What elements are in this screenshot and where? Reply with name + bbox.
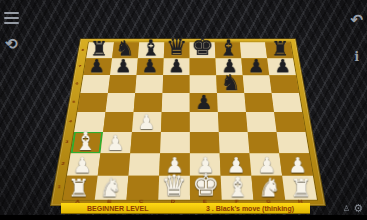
move-status-label: 3 . Black's move (thinking) (206, 205, 294, 212)
square-b8[interactable]: ♞ (112, 42, 139, 58)
level-label: BEGINNER LEVEL (87, 205, 148, 212)
square-g6[interactable] (242, 75, 271, 93)
square-c3[interactable] (130, 132, 161, 153)
square-h6[interactable] (269, 75, 299, 93)
square-b1[interactable]: ♞ (94, 176, 128, 200)
square-f5[interactable] (217, 93, 246, 112)
square-f4[interactable] (217, 112, 247, 132)
black-pawn: ♟ (83, 58, 110, 76)
square-c4[interactable]: ♟ (131, 112, 161, 132)
black-king: ♚ (189, 34, 215, 59)
square-a6[interactable] (80, 75, 109, 93)
status-bar: BEGINNER LEVEL 3 . Black's move (thinkin… (61, 203, 310, 214)
rotate-board-icon[interactable]: ⟲ (5, 36, 18, 51)
square-e3[interactable] (189, 132, 219, 153)
square-h5[interactable] (271, 93, 301, 112)
square-c2[interactable] (128, 153, 160, 176)
square-d7[interactable]: ♟ (163, 58, 190, 75)
square-f1[interactable]: ♝ (220, 176, 253, 200)
square-d5[interactable] (161, 93, 189, 112)
square-d6[interactable] (162, 75, 189, 93)
white-bishop: ♝ (221, 174, 253, 201)
chess-board-3d: ♜♞♝♛♚♝♜♟♟♟♟♟♟♟♞♟♟♝♟♟♟♟♟♟♟♜♞♛♚♝♞♜ ABCDEFG… (50, 38, 326, 206)
square-a3[interactable]: ♝ (70, 132, 102, 153)
hamburger-menu-icon[interactable] (4, 12, 19, 27)
square-g8[interactable] (239, 42, 266, 58)
square-h8[interactable]: ♜ (265, 42, 293, 58)
black-bishop: ♝ (137, 37, 163, 59)
black-bishop: ♝ (215, 37, 241, 59)
square-d8[interactable]: ♛ (163, 42, 189, 58)
square-g1[interactable]: ♞ (251, 176, 285, 200)
square-a7[interactable]: ♟ (83, 58, 112, 75)
square-b4[interactable] (103, 112, 134, 132)
square-g3[interactable] (247, 132, 279, 153)
white-queen: ♛ (158, 172, 190, 201)
black-pawn: ♟ (109, 58, 136, 76)
square-c7[interactable]: ♟ (136, 58, 163, 75)
undo-move-icon[interactable]: ↶ (350, 12, 363, 27)
piece-style-icon[interactable]: ♙ (343, 205, 350, 213)
square-b2[interactable] (97, 153, 130, 176)
square-h1[interactable]: ♜ (282, 176, 317, 200)
square-e8[interactable]: ♚ (189, 42, 215, 58)
square-a5[interactable] (77, 93, 107, 112)
square-a1[interactable]: ♜ (63, 176, 98, 200)
square-d1[interactable]: ♛ (158, 176, 190, 200)
black-queen: ♛ (163, 35, 189, 58)
rank-label-7: 7 (75, 58, 84, 75)
black-rook: ♜ (267, 39, 293, 59)
white-pawn: ♟ (251, 155, 282, 176)
white-pawn: ♟ (131, 113, 160, 133)
square-f6[interactable]: ♞ (216, 75, 244, 93)
square-a4[interactable] (74, 112, 105, 132)
square-f7[interactable]: ♟ (215, 58, 242, 75)
square-h4[interactable] (273, 112, 304, 132)
square-f2[interactable]: ♟ (219, 153, 251, 176)
square-h3[interactable] (276, 132, 309, 153)
white-rook: ♜ (285, 176, 317, 201)
chess-board-grid: ♜♞♝♛♚♝♜♟♟♟♟♟♟♟♞♟♟♝♟♟♟♟♟♟♟♜♞♛♚♝♞♜ (61, 42, 317, 201)
square-b3[interactable]: ♟ (100, 132, 132, 153)
square-g7[interactable]: ♟ (241, 58, 269, 75)
black-pawn: ♟ (242, 58, 269, 76)
square-d2[interactable]: ♟ (159, 153, 190, 176)
info-icon[interactable]: i (354, 51, 359, 63)
black-knight: ♞ (112, 38, 138, 59)
white-pawn: ♟ (159, 155, 190, 176)
board-frame: ♜♞♝♛♚♝♜♟♟♟♟♟♟♟♞♟♟♝♟♟♟♟♟♟♟♜♞♛♚♝♞♜ ABCDEFG… (50, 38, 326, 206)
square-d4[interactable] (160, 112, 189, 132)
square-c5[interactable] (133, 93, 162, 112)
square-g4[interactable] (245, 112, 276, 132)
white-pawn: ♟ (100, 133, 130, 154)
square-e4[interactable] (189, 112, 218, 132)
square-b5[interactable] (105, 93, 135, 112)
square-e7[interactable] (189, 58, 216, 75)
square-a8[interactable]: ♜ (86, 42, 114, 58)
black-pawn: ♟ (269, 58, 296, 76)
square-c1[interactable] (126, 176, 159, 200)
black-rook: ♜ (86, 39, 112, 59)
black-pawn: ♟ (189, 93, 217, 112)
square-c8[interactable]: ♝ (137, 42, 163, 58)
square-f8[interactable]: ♝ (214, 42, 241, 58)
black-knight: ♞ (217, 71, 244, 93)
square-f3[interactable] (218, 132, 249, 153)
square-b6[interactable] (107, 75, 136, 93)
square-c6[interactable] (135, 75, 163, 93)
square-e6[interactable] (189, 75, 216, 93)
white-pawn: ♟ (189, 155, 220, 176)
square-g5[interactable] (244, 93, 274, 112)
white-rook: ♜ (62, 176, 94, 201)
white-knight: ♞ (94, 175, 126, 201)
square-a2[interactable]: ♟ (66, 153, 99, 176)
square-h2[interactable]: ♟ (279, 153, 313, 176)
square-b7[interactable]: ♟ (110, 58, 138, 75)
settings-gear-icon[interactable]: ⚙ (353, 203, 363, 214)
square-e2[interactable]: ♟ (189, 153, 220, 176)
square-h7[interactable]: ♟ (267, 58, 296, 75)
white-knight: ♞ (253, 175, 285, 201)
black-pawn: ♟ (136, 58, 163, 76)
app-screen: ♜♞♝♛♚♝♜♟♟♟♟♟♟♟♞♟♟♝♟♟♟♟♟♟♟♜♞♛♚♝♞♜ ABCDEFG… (0, 0, 367, 220)
square-e5[interactable]: ♟ (189, 93, 217, 112)
square-g2[interactable]: ♟ (249, 153, 282, 176)
black-pawn: ♟ (216, 58, 243, 76)
bottom-black-bar (0, 215, 367, 220)
black-pawn: ♟ (163, 58, 190, 76)
white-pawn: ♟ (282, 155, 313, 176)
white-bishop: ♝ (70, 129, 100, 154)
white-pawn: ♟ (220, 155, 251, 176)
white-pawn: ♟ (66, 155, 97, 176)
square-d3[interactable] (160, 132, 190, 153)
square-e1[interactable]: ♚ (189, 176, 221, 200)
